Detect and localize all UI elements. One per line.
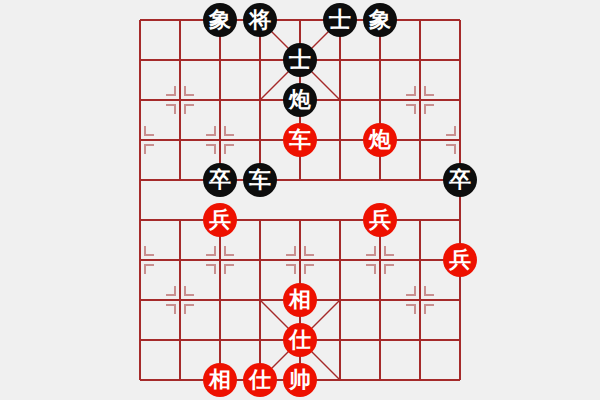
board-point[interactable]: [200, 280, 240, 320]
board-point[interactable]: [400, 360, 440, 400]
piece-black-general[interactable]: 将: [243, 3, 277, 37]
board-point[interactable]: [120, 40, 160, 80]
board-point[interactable]: [200, 40, 240, 80]
board-point[interactable]: 象: [200, 0, 240, 40]
board-point[interactable]: [240, 320, 280, 360]
piece-red-advisor[interactable]: 仕: [243, 363, 277, 397]
board-point[interactable]: [440, 120, 480, 160]
piece-black-soldier[interactable]: 卒: [203, 163, 237, 197]
board-point[interactable]: [400, 200, 440, 240]
board-point[interactable]: 卒: [440, 160, 480, 200]
board-point[interactable]: [240, 120, 280, 160]
board-point[interactable]: [120, 80, 160, 120]
board-point[interactable]: 象: [360, 0, 400, 40]
board-point[interactable]: [360, 80, 400, 120]
board-point[interactable]: [160, 120, 200, 160]
board-point[interactable]: 炮: [360, 120, 400, 160]
piece-red-soldier[interactable]: 兵: [203, 203, 237, 237]
board-point[interactable]: 帅: [280, 360, 320, 400]
piece-black-chariot[interactable]: 车: [243, 163, 277, 197]
board-point[interactable]: [320, 240, 360, 280]
board-point[interactable]: [120, 200, 160, 240]
xiangqi-board: 象将士象士炮车炮卒车卒兵兵兵相仕相仕帅: [120, 0, 480, 400]
board-point[interactable]: 车: [280, 120, 320, 160]
board-point[interactable]: [400, 120, 440, 160]
piece-red-advisor[interactable]: 仕: [283, 323, 317, 357]
board-point[interactable]: [120, 240, 160, 280]
piece-red-soldier[interactable]: 兵: [443, 243, 477, 277]
board-point[interactable]: [200, 320, 240, 360]
board-point[interactable]: [360, 280, 400, 320]
piece-black-cannon[interactable]: 炮: [283, 83, 317, 117]
board-point[interactable]: [160, 40, 200, 80]
board-point[interactable]: [280, 240, 320, 280]
board-point[interactable]: [360, 360, 400, 400]
board-point[interactable]: [320, 320, 360, 360]
board-point[interactable]: [160, 0, 200, 40]
board-point[interactable]: [400, 40, 440, 80]
board-point[interactable]: 车: [240, 160, 280, 200]
board-point[interactable]: [120, 320, 160, 360]
board-point[interactable]: [400, 240, 440, 280]
board-point[interactable]: [120, 120, 160, 160]
board-point[interactable]: [160, 320, 200, 360]
board-point[interactable]: [280, 0, 320, 40]
board-point[interactable]: [440, 280, 480, 320]
board-point[interactable]: [120, 0, 160, 40]
board-point[interactable]: [400, 0, 440, 40]
board-point[interactable]: 兵: [360, 200, 400, 240]
board-point[interactable]: [400, 80, 440, 120]
board-point[interactable]: [400, 280, 440, 320]
board-point[interactable]: [440, 80, 480, 120]
board-point[interactable]: [360, 320, 400, 360]
board-point[interactable]: [240, 40, 280, 80]
board-point[interactable]: [360, 40, 400, 80]
board-point[interactable]: [160, 280, 200, 320]
board-point[interactable]: [240, 240, 280, 280]
board-point[interactable]: 仕: [240, 360, 280, 400]
board-point[interactable]: [120, 280, 160, 320]
board-point[interactable]: [240, 280, 280, 320]
board-point[interactable]: 兵: [200, 200, 240, 240]
board-point[interactable]: [320, 360, 360, 400]
board-point[interactable]: [280, 160, 320, 200]
board-point[interactable]: [160, 160, 200, 200]
piece-black-advisor[interactable]: 士: [283, 43, 317, 77]
piece-black-advisor[interactable]: 士: [323, 3, 357, 37]
board-point[interactable]: 士: [320, 0, 360, 40]
board-point[interactable]: [240, 200, 280, 240]
board-point[interactable]: [360, 160, 400, 200]
board-point[interactable]: 将: [240, 0, 280, 40]
board-point[interactable]: [440, 0, 480, 40]
board-point[interactable]: [200, 80, 240, 120]
board-point[interactable]: [440, 320, 480, 360]
board-point[interactable]: [400, 160, 440, 200]
board-point[interactable]: 仕: [280, 320, 320, 360]
board-point[interactable]: 士: [280, 40, 320, 80]
board-point[interactable]: 卒: [200, 160, 240, 200]
piece-red-elephant[interactable]: 相: [283, 283, 317, 317]
board-point[interactable]: [280, 200, 320, 240]
board-point[interactable]: [160, 240, 200, 280]
piece-black-elephant[interactable]: 象: [203, 3, 237, 37]
board-point[interactable]: 相: [200, 360, 240, 400]
board-point[interactable]: 相: [280, 280, 320, 320]
board-point[interactable]: [200, 240, 240, 280]
board-point[interactable]: [160, 360, 200, 400]
board-point[interactable]: [320, 200, 360, 240]
board-point[interactable]: [320, 280, 360, 320]
board-point[interactable]: [120, 360, 160, 400]
board-point[interactable]: [320, 160, 360, 200]
xiangqi-app: 象将士象士炮车炮卒车卒兵兵兵相仕相仕帅: [0, 0, 600, 400]
board-point[interactable]: [440, 360, 480, 400]
piece-red-chariot[interactable]: 车: [283, 123, 317, 157]
piece-red-general[interactable]: 帅: [283, 363, 317, 397]
board-point[interactable]: [120, 160, 160, 200]
board-point[interactable]: [240, 80, 280, 120]
board-point[interactable]: [440, 200, 480, 240]
board-point[interactable]: [320, 120, 360, 160]
board-point[interactable]: [160, 200, 200, 240]
piece-red-soldier[interactable]: 兵: [363, 203, 397, 237]
board-point[interactable]: [320, 80, 360, 120]
board-point[interactable]: [200, 120, 240, 160]
board-point[interactable]: 兵: [440, 240, 480, 280]
piece-red-cannon[interactable]: 炮: [363, 123, 397, 157]
piece-red-elephant[interactable]: 相: [203, 363, 237, 397]
piece-black-soldier[interactable]: 卒: [443, 163, 477, 197]
board-point[interactable]: 炮: [280, 80, 320, 120]
board-point[interactable]: [160, 80, 200, 120]
board-point[interactable]: [440, 40, 480, 80]
piece-black-elephant[interactable]: 象: [363, 3, 397, 37]
board-point[interactable]: [400, 320, 440, 360]
board-point[interactable]: [320, 40, 360, 80]
board-point[interactable]: [360, 240, 400, 280]
